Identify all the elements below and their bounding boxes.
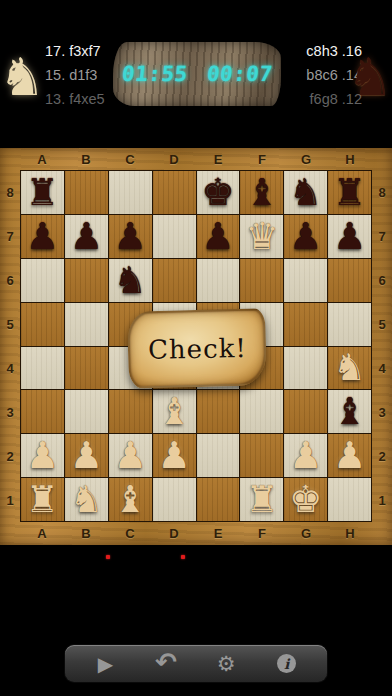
black-bishop-f8: ♝ bbox=[245, 172, 278, 214]
coordinate-label-g: G bbox=[284, 522, 328, 545]
black-pawn-b7: ♟ bbox=[70, 216, 103, 258]
coordinate-label-d: D bbox=[152, 522, 196, 545]
square-h2[interactable]: ♟ bbox=[328, 434, 371, 477]
square-e2[interactable] bbox=[197, 434, 240, 477]
square-a1[interactable]: ♜ bbox=[21, 478, 64, 521]
coordinate-label-6: 6 bbox=[372, 258, 392, 302]
square-a8[interactable]: ♜ bbox=[21, 171, 64, 214]
square-b8[interactable] bbox=[65, 171, 108, 214]
coordinate-label-7: 7 bbox=[0, 214, 20, 258]
square-f8[interactable]: ♝ bbox=[240, 171, 283, 214]
square-g8[interactable]: ♞ bbox=[284, 171, 327, 214]
white-move-latest: 17. f3xf7 bbox=[45, 44, 121, 59]
square-c3[interactable] bbox=[109, 390, 152, 433]
square-e3[interactable] bbox=[197, 390, 240, 433]
square-f3[interactable] bbox=[240, 390, 283, 433]
white-move-prev1: 15. d1f3 bbox=[45, 68, 121, 83]
square-c1[interactable]: ♝ bbox=[109, 478, 152, 521]
chess-app-screen: ♞ 17. f3xf7 15. d1f3 13. f4xe5 01:55 00:… bbox=[0, 0, 392, 696]
square-a7[interactable]: ♟ bbox=[21, 215, 64, 258]
square-d2[interactable]: ♟ bbox=[153, 434, 196, 477]
coordinate-label-8: 8 bbox=[372, 170, 392, 214]
top-bar: ♞ 17. f3xf7 15. d1f3 13. f4xe5 01:55 00:… bbox=[0, 0, 392, 148]
coordinate-label-b: B bbox=[64, 148, 108, 170]
coordinate-label-3: 3 bbox=[0, 390, 20, 434]
square-f6[interactable] bbox=[240, 259, 283, 302]
rank-labels-left: 87654321 bbox=[0, 170, 20, 522]
square-f7[interactable]: ♛ bbox=[240, 215, 283, 258]
square-b1[interactable]: ♞ bbox=[65, 478, 108, 521]
coordinate-label-f: F bbox=[240, 522, 284, 545]
chess-board: ABCDEFGH ABCDEFGH 87654321 87654321 ♜♚♝♞… bbox=[0, 148, 392, 545]
square-b2[interactable]: ♟ bbox=[65, 434, 108, 477]
clock-digits: 01:55 00:07 bbox=[117, 62, 276, 86]
square-c8[interactable] bbox=[109, 171, 152, 214]
square-e8[interactable]: ♚ bbox=[197, 171, 240, 214]
coordinate-label-8: 8 bbox=[0, 170, 20, 214]
white-bishop-c1: ♝ bbox=[114, 479, 147, 521]
white-knight-h4: ♞ bbox=[333, 347, 366, 389]
coordinate-label-5: 5 bbox=[0, 302, 20, 346]
square-e1[interactable] bbox=[197, 478, 240, 521]
square-g6[interactable] bbox=[284, 259, 327, 302]
white-king-g1: ♚ bbox=[289, 479, 322, 521]
square-d3[interactable]: ♝ bbox=[153, 390, 196, 433]
square-f1[interactable]: ♜ bbox=[240, 478, 283, 521]
undo-button[interactable]: ↶ bbox=[146, 645, 186, 679]
coordinate-label-b: B bbox=[64, 522, 108, 545]
black-pawn-c7: ♟ bbox=[114, 216, 147, 258]
red-indicator-dot bbox=[106, 555, 110, 559]
square-b5[interactable] bbox=[65, 303, 108, 346]
black-pawn-e7: ♟ bbox=[201, 216, 234, 258]
clock-right-time: 00:07 bbox=[205, 62, 273, 86]
settings-gear-button[interactable]: ⚙ bbox=[206, 647, 246, 681]
play-button[interactable]: ▶ bbox=[85, 647, 125, 681]
white-pawn-h2: ♟ bbox=[333, 435, 366, 477]
white-pawn-b2: ♟ bbox=[70, 435, 103, 477]
square-d8[interactable] bbox=[153, 171, 196, 214]
white-knight-icon: ♞ bbox=[0, 44, 44, 110]
black-pawn-g7: ♟ bbox=[289, 216, 322, 258]
bottom-toolbar: ▶ ↶ ⚙ i bbox=[65, 645, 327, 682]
square-b4[interactable] bbox=[65, 347, 108, 390]
red-indicator-dot bbox=[181, 555, 185, 559]
white-move-prev2: 13. f4xe5 bbox=[45, 92, 121, 107]
white-knight-b1: ♞ bbox=[70, 479, 103, 521]
black-bishop-h3: ♝ bbox=[333, 391, 366, 433]
square-a4[interactable] bbox=[21, 347, 64, 390]
square-h1[interactable] bbox=[328, 478, 371, 521]
coordinate-label-6: 6 bbox=[0, 258, 20, 302]
white-pawn-g2: ♟ bbox=[289, 435, 322, 477]
coordinate-label-e: E bbox=[196, 522, 240, 545]
coordinate-label-1: 1 bbox=[372, 478, 392, 522]
square-f2[interactable] bbox=[240, 434, 283, 477]
coordinate-label-c: C bbox=[108, 522, 152, 545]
square-a2[interactable]: ♟ bbox=[21, 434, 64, 477]
black-rook-h8: ♜ bbox=[333, 172, 366, 214]
coordinate-label-d: D bbox=[152, 148, 196, 170]
square-c7[interactable]: ♟ bbox=[109, 215, 152, 258]
square-g5[interactable] bbox=[284, 303, 327, 346]
coordinate-label-3: 3 bbox=[372, 390, 392, 434]
check-banner: Check! bbox=[127, 308, 267, 389]
coordinate-label-4: 4 bbox=[0, 346, 20, 390]
square-d1[interactable] bbox=[153, 478, 196, 521]
rank-labels-right: 87654321 bbox=[372, 170, 392, 522]
coordinate-label-f: F bbox=[240, 148, 284, 170]
black-knight-g8: ♞ bbox=[289, 172, 322, 214]
white-pawn-d2: ♟ bbox=[157, 435, 190, 477]
square-e6[interactable] bbox=[197, 259, 240, 302]
square-a6[interactable] bbox=[21, 259, 64, 302]
coordinate-label-g: G bbox=[284, 148, 328, 170]
square-g7[interactable]: ♟ bbox=[284, 215, 327, 258]
white-pawn-a2: ♟ bbox=[26, 435, 59, 477]
clock-left-time: 01:55 bbox=[120, 62, 188, 86]
black-pawn-a7: ♟ bbox=[26, 216, 59, 258]
square-a3[interactable] bbox=[21, 390, 64, 433]
info-button[interactable]: i bbox=[267, 647, 307, 681]
square-g1[interactable]: ♚ bbox=[284, 478, 327, 521]
square-h7[interactable]: ♟ bbox=[328, 215, 371, 258]
coordinate-label-2: 2 bbox=[372, 434, 392, 478]
game-clock[interactable]: 01:55 00:07 bbox=[113, 42, 281, 106]
square-b7[interactable]: ♟ bbox=[65, 215, 108, 258]
white-rook-f1: ♜ bbox=[245, 479, 278, 521]
check-banner-text: Check! bbox=[147, 333, 246, 365]
square-g4[interactable] bbox=[284, 347, 327, 390]
square-c6[interactable]: ♞ bbox=[109, 259, 152, 302]
black-knight-icon: ♞ bbox=[348, 44, 392, 110]
square-h5[interactable] bbox=[328, 303, 371, 346]
square-c2[interactable]: ♟ bbox=[109, 434, 152, 477]
coordinate-label-5: 5 bbox=[372, 302, 392, 346]
square-g2[interactable]: ♟ bbox=[284, 434, 327, 477]
coordinate-label-e: E bbox=[196, 148, 240, 170]
square-g3[interactable] bbox=[284, 390, 327, 433]
black-pawn-h7: ♟ bbox=[333, 216, 366, 258]
black-king-e8: ♚ bbox=[201, 172, 234, 214]
info-icon: i bbox=[277, 654, 296, 673]
square-h8[interactable]: ♜ bbox=[328, 171, 371, 214]
square-h6[interactable] bbox=[328, 259, 371, 302]
square-a5[interactable] bbox=[21, 303, 64, 346]
file-labels-top: ABCDEFGH bbox=[20, 148, 372, 170]
coordinate-label-a: A bbox=[20, 522, 64, 545]
square-b6[interactable] bbox=[65, 259, 108, 302]
square-d6[interactable] bbox=[153, 259, 196, 302]
square-d7[interactable] bbox=[153, 215, 196, 258]
coordinate-label-1: 1 bbox=[0, 478, 20, 522]
coordinate-label-4: 4 bbox=[372, 346, 392, 390]
square-h4[interactable]: ♞ bbox=[328, 347, 371, 390]
square-b3[interactable] bbox=[65, 390, 108, 433]
coordinate-label-2: 2 bbox=[0, 434, 20, 478]
white-move-list: 17. f3xf7 15. d1f3 13. f4xe5 bbox=[45, 44, 121, 107]
square-e7[interactable]: ♟ bbox=[197, 215, 240, 258]
coordinate-label-h: H bbox=[328, 522, 372, 545]
white-pawn-c2: ♟ bbox=[114, 435, 147, 477]
white-rook-a1: ♜ bbox=[26, 479, 59, 521]
black-rook-a8: ♜ bbox=[26, 172, 59, 214]
white-bishop-d3: ♝ bbox=[157, 391, 190, 433]
file-labels-bottom: ABCDEFGH bbox=[20, 522, 372, 545]
white-queen-f7: ♛ bbox=[245, 216, 278, 258]
coordinate-label-7: 7 bbox=[372, 214, 392, 258]
black-knight-c6: ♞ bbox=[114, 260, 147, 302]
coordinate-label-h: H bbox=[328, 148, 372, 170]
coordinate-label-c: C bbox=[108, 148, 152, 170]
square-h3[interactable]: ♝ bbox=[328, 390, 371, 433]
coordinate-label-a: A bbox=[20, 148, 64, 170]
